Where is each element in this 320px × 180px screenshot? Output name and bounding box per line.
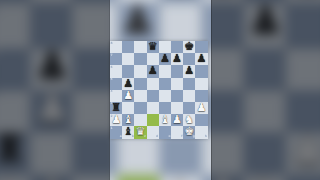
square-f2[interactable]: ♟ — [171, 114, 183, 126]
square-e5[interactable] — [159, 78, 171, 90]
square-g1[interactable]: ♚g — [183, 126, 195, 138]
square-h6[interactable] — [195, 65, 207, 77]
square-g5[interactable] — [183, 78, 195, 90]
square-h3[interactable]: ♟ — [195, 102, 207, 114]
square-d2[interactable] — [147, 114, 159, 126]
square-e6[interactable] — [159, 65, 171, 77]
square-a1[interactable]: 1a — [110, 126, 122, 138]
square-f4[interactable] — [171, 90, 183, 102]
square-h2[interactable] — [195, 114, 207, 126]
square-e2[interactable]: ♝ — [159, 114, 171, 126]
right-pillarbox-dim — [211, 0, 320, 180]
rank-label-4: 4 — [111, 90, 113, 93]
square-a8[interactable]: 8 — [110, 41, 122, 53]
piece-white-pawn[interactable]: ♟ — [172, 114, 182, 126]
square-a2[interactable]: ♟2 — [110, 114, 122, 126]
square-c7[interactable] — [134, 53, 146, 65]
square-f1[interactable]: f — [171, 126, 183, 138]
square-c8[interactable] — [134, 41, 146, 53]
piece-black-pawn[interactable]: ♟ — [148, 65, 158, 77]
piece-white-bishop[interactable]: ♝ — [160, 114, 170, 126]
square-d6[interactable]: ♟ — [147, 65, 159, 77]
piece-black-king[interactable]: ♚ — [184, 41, 194, 53]
square-c4[interactable] — [134, 90, 146, 102]
square-d5[interactable] — [147, 78, 159, 90]
square-f5[interactable] — [171, 78, 183, 90]
square-a5[interactable]: 5 — [110, 78, 122, 90]
piece-black-queen[interactable]: ♛ — [148, 41, 158, 53]
rank-label-1: 1 — [111, 127, 113, 130]
rank-label-3: 3 — [111, 102, 113, 105]
square-e7[interactable]: ♟ — [159, 53, 171, 65]
square-e1[interactable]: e — [159, 126, 171, 138]
square-c1[interactable]: ♛c — [134, 126, 146, 138]
rank-label-6: 6 — [111, 66, 113, 69]
square-c6[interactable] — [134, 65, 146, 77]
square-h7[interactable]: ♟ — [195, 53, 207, 65]
video-frame: 8♛♚7♟♟♟6♟♟5♟4♟♜3♟♟2♝♝♟♞1a♝b♛cdef♚gh 8♛♚7… — [0, 0, 320, 180]
square-f6[interactable] — [171, 65, 183, 77]
rank-label-8: 8 — [111, 42, 113, 45]
square-g8[interactable]: ♚ — [183, 41, 195, 53]
piece-black-pawn[interactable]: ♟ — [172, 53, 182, 65]
chess-board[interactable]: 8♛♚7♟♟♟6♟♟5♟4♟♜3♟♟2♝♝♟♞1a♝b♛cdef♚gh — [110, 41, 208, 139]
square-d8[interactable]: ♛ — [147, 41, 159, 53]
rank-label-5: 5 — [111, 78, 113, 81]
square-b7[interactable] — [122, 53, 134, 65]
square-h1[interactable]: h — [195, 126, 207, 138]
piece-black-pawn[interactable]: ♟ — [184, 65, 194, 77]
square-d3[interactable] — [147, 102, 159, 114]
square-b8[interactable] — [122, 41, 134, 53]
square-g4[interactable] — [183, 90, 195, 102]
square-f7[interactable]: ♟ — [171, 53, 183, 65]
piece-white-pawn[interactable]: ♟ — [111, 114, 121, 126]
square-d4[interactable] — [147, 90, 159, 102]
square-b1[interactable]: ♝b — [122, 126, 134, 138]
square-c3[interactable] — [134, 102, 146, 114]
square-c5[interactable] — [134, 78, 146, 90]
square-g6[interactable]: ♟ — [183, 65, 195, 77]
piece-black-pawn[interactable]: ♟ — [196, 53, 206, 65]
piece-black-pawn[interactable]: ♟ — [160, 53, 170, 65]
rank-label-2: 2 — [111, 115, 113, 118]
piece-white-pawn[interactable]: ♟ — [123, 89, 133, 101]
square-e4[interactable] — [159, 90, 171, 102]
rank-label-7: 7 — [111, 54, 113, 57]
square-b4[interactable]: ♟ — [122, 90, 134, 102]
square-d1[interactable]: d — [147, 126, 159, 138]
piece-white-pawn[interactable]: ♟ — [196, 101, 206, 113]
square-a6[interactable]: 6 — [110, 65, 122, 77]
left-pillarbox-dim — [0, 0, 110, 180]
square-h5[interactable] — [195, 78, 207, 90]
file-label-h: h — [205, 135, 207, 138]
square-a7[interactable]: 7 — [110, 53, 122, 65]
